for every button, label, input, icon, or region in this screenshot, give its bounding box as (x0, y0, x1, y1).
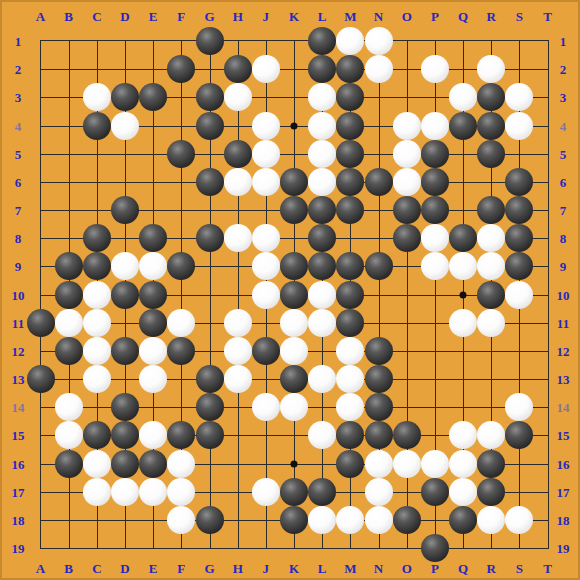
stone-black (336, 450, 364, 478)
column-label-top: F (177, 10, 185, 23)
stone-black (280, 196, 308, 224)
stone-white (308, 281, 336, 309)
stone-black (196, 27, 224, 55)
stone-white (308, 168, 336, 196)
row-label-left: 6 (15, 175, 22, 188)
column-label-bottom: D (120, 562, 129, 575)
stone-white (252, 168, 280, 196)
star-point (291, 460, 298, 467)
stone-white (393, 168, 421, 196)
row-label-left: 16 (12, 457, 25, 470)
stone-black (365, 393, 393, 421)
stone-white (505, 281, 533, 309)
stone-white (280, 309, 308, 337)
stone-black (167, 337, 195, 365)
stone-black (83, 112, 111, 140)
stone-white (365, 450, 393, 478)
stone-black (393, 224, 421, 252)
stone-white (393, 112, 421, 140)
stone-black (505, 252, 533, 280)
stone-white (505, 393, 533, 421)
stone-black (477, 83, 505, 111)
stone-black (449, 224, 477, 252)
star-point (291, 122, 298, 129)
stone-black (280, 478, 308, 506)
stone-black (167, 421, 195, 449)
column-label-bottom: L (318, 562, 327, 575)
stone-black (449, 112, 477, 140)
stone-white (83, 365, 111, 393)
row-label-right: 14 (557, 401, 570, 414)
stone-white (83, 309, 111, 337)
stone-white (83, 337, 111, 365)
row-label-right: 1 (560, 35, 567, 48)
column-label-bottom: N (374, 562, 383, 575)
stone-black (224, 55, 252, 83)
stone-black (336, 112, 364, 140)
stone-black (308, 27, 336, 55)
stone-black (421, 168, 449, 196)
stone-black (365, 365, 393, 393)
stone-black (505, 168, 533, 196)
row-label-left: 3 (15, 91, 22, 104)
stone-black (365, 337, 393, 365)
stone-black (421, 534, 449, 562)
stone-white (167, 506, 195, 534)
column-label-bottom: T (543, 562, 552, 575)
column-label-top: O (402, 10, 412, 23)
column-label-top: S (516, 10, 523, 23)
stone-black (477, 478, 505, 506)
row-label-left: 5 (15, 147, 22, 160)
stone-white (55, 421, 83, 449)
column-label-bottom: E (149, 562, 158, 575)
row-label-right: 16 (557, 457, 570, 470)
row-label-right: 4 (560, 119, 567, 132)
stone-black (421, 140, 449, 168)
stone-black (421, 196, 449, 224)
stone-white (111, 112, 139, 140)
stone-white (449, 309, 477, 337)
stone-black (139, 224, 167, 252)
column-label-top: C (92, 10, 101, 23)
stone-black (167, 252, 195, 280)
stone-black (111, 196, 139, 224)
stone-black (365, 168, 393, 196)
stone-black (280, 506, 308, 534)
row-label-right: 9 (560, 260, 567, 273)
stone-white (55, 309, 83, 337)
stone-black (308, 252, 336, 280)
stone-white (224, 337, 252, 365)
stone-white (252, 252, 280, 280)
stone-black (365, 252, 393, 280)
stone-black (196, 506, 224, 534)
stone-black (139, 281, 167, 309)
stone-black (336, 140, 364, 168)
stone-black (196, 365, 224, 393)
stone-black (280, 252, 308, 280)
column-label-top: J (263, 10, 270, 23)
stone-black (55, 450, 83, 478)
stone-white (252, 112, 280, 140)
row-label-left: 1 (15, 35, 22, 48)
row-label-right: 19 (557, 542, 570, 555)
stone-white (477, 55, 505, 83)
stone-black (308, 55, 336, 83)
column-label-bottom: R (487, 562, 496, 575)
row-label-right: 6 (560, 175, 567, 188)
stone-white (449, 450, 477, 478)
column-label-bottom: B (64, 562, 73, 575)
stone-white (365, 55, 393, 83)
stone-white (365, 506, 393, 534)
stone-white (83, 478, 111, 506)
stone-white (421, 224, 449, 252)
stone-white (83, 450, 111, 478)
stone-white (280, 337, 308, 365)
stone-black (505, 196, 533, 224)
stone-white (421, 252, 449, 280)
stone-black (167, 55, 195, 83)
row-label-right: 17 (557, 485, 570, 498)
column-label-top: N (374, 10, 383, 23)
column-label-top: G (204, 10, 214, 23)
stone-white (308, 140, 336, 168)
stone-black (111, 421, 139, 449)
stone-black (55, 281, 83, 309)
stone-black (111, 337, 139, 365)
stone-black (111, 281, 139, 309)
stone-black (167, 140, 195, 168)
stone-black (308, 478, 336, 506)
stone-white (224, 168, 252, 196)
stone-white (365, 27, 393, 55)
stone-white (336, 27, 364, 55)
stone-white (421, 450, 449, 478)
stone-white (167, 309, 195, 337)
stone-black (336, 55, 364, 83)
stone-black (139, 83, 167, 111)
stone-white (139, 337, 167, 365)
stone-black (252, 337, 280, 365)
stone-white (224, 365, 252, 393)
stone-black (83, 252, 111, 280)
stone-white (83, 281, 111, 309)
stone-white (167, 450, 195, 478)
column-label-bottom: J (263, 562, 270, 575)
stone-black (280, 365, 308, 393)
row-label-left: 4 (15, 119, 22, 132)
stone-white (336, 337, 364, 365)
stone-black (421, 478, 449, 506)
stone-black (477, 112, 505, 140)
column-label-top: D (120, 10, 129, 23)
row-label-right: 12 (557, 344, 570, 357)
column-label-bottom: Q (458, 562, 468, 575)
row-label-right: 18 (557, 513, 570, 526)
stone-white (393, 450, 421, 478)
stone-white (252, 224, 280, 252)
go-board[interactable]: AABBCCDDEEFFGGHHJJKKLLMMNNOOPPQQRRSSTT11… (0, 0, 580, 580)
stone-black (505, 421, 533, 449)
stone-white (308, 365, 336, 393)
stone-black (111, 393, 139, 421)
stone-black (336, 421, 364, 449)
stone-white (308, 506, 336, 534)
column-label-top: H (233, 10, 243, 23)
stone-white (83, 83, 111, 111)
stone-white (55, 393, 83, 421)
stone-white (336, 506, 364, 534)
stone-white (139, 252, 167, 280)
stone-black (477, 140, 505, 168)
stone-white (252, 281, 280, 309)
row-label-right: 2 (560, 63, 567, 76)
stone-white (477, 309, 505, 337)
stone-white (449, 83, 477, 111)
row-label-left: 2 (15, 63, 22, 76)
column-label-top: L (318, 10, 327, 23)
stone-black (336, 196, 364, 224)
stone-white (139, 478, 167, 506)
row-label-left: 9 (15, 260, 22, 273)
row-label-left: 18 (12, 513, 25, 526)
row-label-right: 8 (560, 232, 567, 245)
stone-white (111, 478, 139, 506)
stone-white (505, 506, 533, 534)
stone-white (111, 252, 139, 280)
stone-white (365, 478, 393, 506)
stone-black (196, 393, 224, 421)
stone-black (280, 281, 308, 309)
stone-black (196, 224, 224, 252)
stone-black (393, 196, 421, 224)
column-label-top: E (149, 10, 158, 23)
stone-white (477, 224, 505, 252)
stone-black (280, 168, 308, 196)
stone-white (139, 421, 167, 449)
stone-black (55, 252, 83, 280)
row-label-right: 5 (560, 147, 567, 160)
stone-white (224, 309, 252, 337)
row-label-right: 13 (557, 373, 570, 386)
stone-white (252, 140, 280, 168)
column-label-bottom: C (92, 562, 101, 575)
stone-black (336, 281, 364, 309)
row-label-right: 11 (557, 316, 569, 329)
stone-white (505, 83, 533, 111)
stone-white (477, 506, 505, 534)
column-label-top: K (289, 10, 299, 23)
row-label-right: 15 (557, 429, 570, 442)
column-label-bottom: H (233, 562, 243, 575)
column-label-bottom: A (36, 562, 45, 575)
row-label-right: 3 (560, 91, 567, 104)
stone-black (27, 309, 55, 337)
stone-white (336, 393, 364, 421)
column-label-top: R (487, 10, 496, 23)
stone-white (449, 252, 477, 280)
stone-black (477, 196, 505, 224)
row-label-left: 14 (12, 401, 25, 414)
row-label-left: 10 (12, 288, 25, 301)
stone-black (308, 196, 336, 224)
stone-black (336, 309, 364, 337)
stone-black (449, 506, 477, 534)
stone-white (252, 478, 280, 506)
stone-black (365, 421, 393, 449)
column-label-bottom: M (344, 562, 356, 575)
column-label-bottom: F (177, 562, 185, 575)
stone-black (336, 168, 364, 196)
row-label-right: 10 (557, 288, 570, 301)
row-label-left: 13 (12, 373, 25, 386)
stone-white (252, 393, 280, 421)
stone-white (280, 393, 308, 421)
stone-white (308, 421, 336, 449)
stone-black (83, 421, 111, 449)
column-label-bottom: S (516, 562, 523, 575)
stone-black (224, 140, 252, 168)
stone-black (308, 224, 336, 252)
stone-white (421, 112, 449, 140)
stone-black (196, 83, 224, 111)
column-label-top: M (344, 10, 356, 23)
stone-black (139, 309, 167, 337)
stone-white (224, 83, 252, 111)
stone-black (505, 224, 533, 252)
stone-white (505, 112, 533, 140)
column-label-bottom: O (402, 562, 412, 575)
row-label-left: 11 (12, 316, 24, 329)
row-label-left: 8 (15, 232, 22, 245)
row-label-left: 7 (15, 204, 22, 217)
stone-black (139, 450, 167, 478)
stone-black (393, 421, 421, 449)
stone-white (393, 140, 421, 168)
stone-white (421, 55, 449, 83)
stone-white (167, 478, 195, 506)
stone-black (393, 506, 421, 534)
stone-white (224, 224, 252, 252)
column-label-top: T (543, 10, 552, 23)
row-label-right: 7 (560, 204, 567, 217)
stone-black (196, 168, 224, 196)
stone-white (139, 365, 167, 393)
row-label-left: 12 (12, 344, 25, 357)
stone-black (111, 83, 139, 111)
stone-white (308, 83, 336, 111)
stone-black (336, 252, 364, 280)
stone-white (477, 252, 505, 280)
column-label-bottom: G (204, 562, 214, 575)
stone-white (252, 55, 280, 83)
stone-white (449, 421, 477, 449)
row-label-left: 19 (12, 542, 25, 555)
stone-white (477, 421, 505, 449)
row-label-left: 15 (12, 429, 25, 442)
stone-white (308, 309, 336, 337)
stone-black (83, 224, 111, 252)
stone-white (449, 478, 477, 506)
column-label-top: Q (458, 10, 468, 23)
star-point (460, 291, 467, 298)
stone-black (477, 281, 505, 309)
row-label-left: 17 (12, 485, 25, 498)
column-label-bottom: P (431, 562, 439, 575)
stone-black (111, 450, 139, 478)
stone-black (55, 337, 83, 365)
stone-white (308, 112, 336, 140)
column-label-top: P (431, 10, 439, 23)
stone-white (336, 365, 364, 393)
stone-black (27, 365, 55, 393)
stone-black (196, 112, 224, 140)
stone-black (477, 450, 505, 478)
stone-black (336, 83, 364, 111)
stone-black (196, 421, 224, 449)
column-label-top: A (36, 10, 45, 23)
column-label-top: B (64, 10, 73, 23)
column-label-bottom: K (289, 562, 299, 575)
